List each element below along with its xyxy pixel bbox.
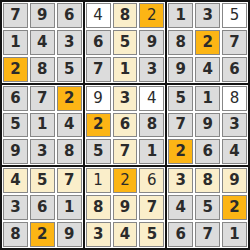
cell-r5c3[interactable]: 4: [57, 113, 82, 138]
cell-r1c9[interactable]: 5: [222, 3, 247, 28]
cell-r4c4[interactable]: 9: [86, 86, 111, 111]
cell-r4c7[interactable]: 5: [168, 86, 193, 111]
cell-r7c7[interactable]: 3: [168, 168, 193, 193]
cell-r1c1[interactable]: 7: [3, 3, 28, 28]
cell-r5c1[interactable]: 5: [3, 113, 28, 138]
cell-r7c8[interactable]: 8: [195, 168, 220, 193]
cell-r6c2[interactable]: 3: [30, 139, 55, 164]
cell-r7c9[interactable]: 9: [222, 168, 247, 193]
cell-r4c2[interactable]: 7: [30, 86, 55, 111]
cell-r4c5[interactable]: 3: [113, 86, 138, 111]
cell-r7c3[interactable]: 7: [57, 168, 82, 193]
cell-r6c9[interactable]: 4: [222, 139, 247, 164]
board-block-3-2: 126897345: [85, 167, 166, 248]
cell-r9c7[interactable]: 6: [168, 222, 193, 247]
cell-r5c5[interactable]: 6: [113, 113, 138, 138]
board-block-2-3: 518793264: [167, 85, 248, 166]
cell-r1c4[interactable]: 4: [86, 3, 111, 28]
cell-r3c6[interactable]: 3: [139, 57, 164, 82]
cell-r5c9[interactable]: 3: [222, 113, 247, 138]
cell-r6c1[interactable]: 9: [3, 139, 28, 164]
cell-r5c7[interactable]: 7: [168, 113, 193, 138]
cell-r3c2[interactable]: 8: [30, 57, 55, 82]
cell-r6c3[interactable]: 8: [57, 139, 82, 164]
cell-r2c6[interactable]: 9: [139, 30, 164, 55]
cell-r7c6[interactable]: 6: [139, 168, 164, 193]
cell-r9c5[interactable]: 4: [113, 222, 138, 247]
cell-r3c9[interactable]: 6: [222, 57, 247, 82]
cell-r1c6[interactable]: 2: [139, 3, 164, 28]
cell-r4c8[interactable]: 1: [195, 86, 220, 111]
cell-r1c2[interactable]: 9: [30, 3, 55, 28]
cell-r8c3[interactable]: 1: [57, 195, 82, 220]
cell-r2c1[interactable]: 1: [3, 30, 28, 55]
cell-r5c4[interactable]: 2: [86, 113, 111, 138]
cell-r3c7[interactable]: 9: [168, 57, 193, 82]
cell-r8c1[interactable]: 3: [3, 195, 28, 220]
cell-r1c5[interactable]: 8: [113, 3, 138, 28]
cell-r2c5[interactable]: 5: [113, 30, 138, 55]
cell-r3c1[interactable]: 2: [3, 57, 28, 82]
board-block-2-1: 672514938: [2, 85, 83, 166]
cell-r8c6[interactable]: 7: [139, 195, 164, 220]
cell-r7c2[interactable]: 5: [30, 168, 55, 193]
cell-r2c7[interactable]: 8: [168, 30, 193, 55]
board-block-3-1: 457361829: [2, 167, 83, 248]
cell-r6c7[interactable]: 2: [168, 139, 193, 164]
cell-r7c5[interactable]: 2: [113, 168, 138, 193]
cell-r4c9[interactable]: 8: [222, 86, 247, 111]
board-block-1-1: 796143285: [2, 2, 83, 83]
cell-r8c4[interactable]: 8: [86, 195, 111, 220]
cell-r4c3[interactable]: 2: [57, 86, 82, 111]
cell-r9c1[interactable]: 8: [3, 222, 28, 247]
cell-r9c4[interactable]: 3: [86, 222, 111, 247]
board-block-1-3: 135827946: [167, 2, 248, 83]
cell-r9c8[interactable]: 7: [195, 222, 220, 247]
cell-r1c3[interactable]: 6: [57, 3, 82, 28]
cell-r7c1[interactable]: 4: [3, 168, 28, 193]
cell-r9c2[interactable]: 2: [30, 222, 55, 247]
cell-r2c8[interactable]: 2: [195, 30, 220, 55]
sudoku-board: 7961432854826597131358279466725149389342…: [0, 0, 250, 250]
cell-r8c7[interactable]: 4: [168, 195, 193, 220]
board-block-2-2: 934268571: [85, 85, 166, 166]
cell-r1c7[interactable]: 1: [168, 3, 193, 28]
cell-r7c4[interactable]: 1: [86, 168, 111, 193]
board-block-1-2: 482659713: [85, 2, 166, 83]
cell-r5c6[interactable]: 8: [139, 113, 164, 138]
cell-r5c8[interactable]: 9: [195, 113, 220, 138]
cell-r9c6[interactable]: 5: [139, 222, 164, 247]
cell-r4c1[interactable]: 6: [3, 86, 28, 111]
cell-r3c4[interactable]: 7: [86, 57, 111, 82]
cell-r2c2[interactable]: 4: [30, 30, 55, 55]
cell-r4c6[interactable]: 4: [139, 86, 164, 111]
cell-r2c4[interactable]: 6: [86, 30, 111, 55]
cell-r6c5[interactable]: 7: [113, 139, 138, 164]
cell-r6c8[interactable]: 6: [195, 139, 220, 164]
cell-r9c9[interactable]: 1: [222, 222, 247, 247]
cell-r2c3[interactable]: 3: [57, 30, 82, 55]
cell-r1c8[interactable]: 3: [195, 3, 220, 28]
cell-r3c8[interactable]: 4: [195, 57, 220, 82]
cell-r5c2[interactable]: 1: [30, 113, 55, 138]
cell-r3c3[interactable]: 5: [57, 57, 82, 82]
cell-r9c3[interactable]: 9: [57, 222, 82, 247]
cell-r6c4[interactable]: 5: [86, 139, 111, 164]
cell-r8c9[interactable]: 2: [222, 195, 247, 220]
cell-r2c9[interactable]: 7: [222, 30, 247, 55]
cell-r3c5[interactable]: 1: [113, 57, 138, 82]
cell-r8c5[interactable]: 9: [113, 195, 138, 220]
board-block-3-3: 389452671: [167, 167, 248, 248]
cell-r8c8[interactable]: 5: [195, 195, 220, 220]
cell-r6c6[interactable]: 1: [139, 139, 164, 164]
cell-r8c2[interactable]: 6: [30, 195, 55, 220]
